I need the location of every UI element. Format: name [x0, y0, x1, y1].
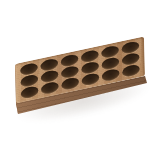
pit-r3c4[interactable]	[82, 72, 100, 86]
pit-r3c6[interactable]	[122, 64, 140, 78]
pit-r1c2[interactable]	[40, 58, 58, 72]
pit-r2c2[interactable]	[41, 69, 59, 83]
pit-r3c3[interactable]	[61, 77, 79, 91]
pit-r2c5[interactable]	[102, 56, 120, 70]
pit-r3c2[interactable]	[41, 81, 59, 95]
pit-r1c3[interactable]	[61, 53, 79, 67]
pit-r1c5[interactable]	[101, 45, 119, 59]
pit-r2c6[interactable]	[122, 52, 140, 66]
pit-r3c5[interactable]	[102, 68, 120, 82]
pit-r1c1[interactable]	[20, 62, 38, 76]
pit-r2c3[interactable]	[61, 65, 79, 79]
pit-r1c6[interactable]	[121, 40, 139, 54]
pit-r1c4[interactable]	[81, 49, 99, 63]
pit-r2c1[interactable]	[20, 74, 38, 88]
pit-r2c4[interactable]	[81, 61, 99, 75]
product-photo-scene	[0, 0, 160, 160]
pit-r3c1[interactable]	[21, 85, 39, 99]
